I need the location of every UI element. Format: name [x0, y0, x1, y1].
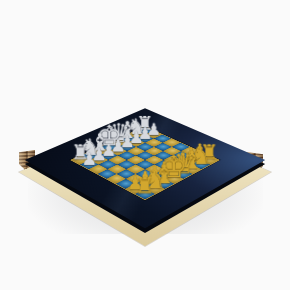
chess-set-photo: ♜♜♞♞♝♝♛♛♚♚♝♝♞♞♜♜♟♟♟♟♟♟♟♟♟♟♟♟♟♟♟♟♟♟♟♟♟♟♟♟… — [0, 0, 290, 290]
